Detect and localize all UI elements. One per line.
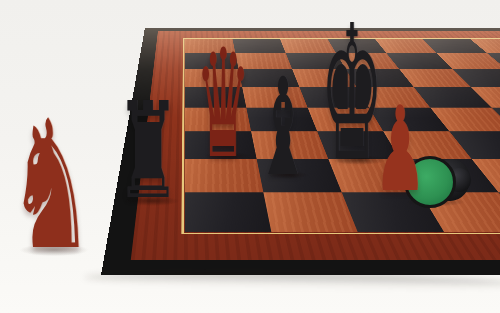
photo-stage: ♛ ♚ ♝ ♟ ♜ ♞ xyxy=(0,0,500,313)
red-pawn-glyph: ♟ xyxy=(374,90,427,208)
piece-black-bishop: ♝ xyxy=(237,77,328,179)
black-bishop-glyph: ♝ xyxy=(255,61,312,196)
piece-red-pawn: ♟ xyxy=(362,107,437,191)
red-knight-glyph: ♞ xyxy=(8,97,94,275)
piece-black-rook: ♜ xyxy=(103,102,193,202)
black-rook-glyph: ♜ xyxy=(115,86,180,219)
piece-red-knight: ♞ xyxy=(0,126,105,246)
